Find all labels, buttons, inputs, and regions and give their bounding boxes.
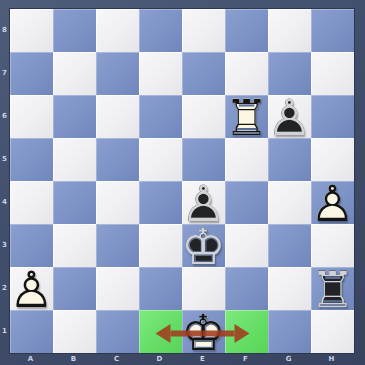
file-label-f: F: [224, 353, 267, 365]
rank-label-6: 6: [0, 94, 9, 137]
square-b6[interactable]: [53, 95, 96, 138]
black-pawn-outline-icon: ♙: [268, 97, 311, 140]
square-d5[interactable]: [139, 138, 182, 181]
square-b4[interactable]: [53, 181, 96, 224]
square-b1[interactable]: [53, 310, 96, 353]
square-a4[interactable]: [10, 181, 53, 224]
square-d1[interactable]: [139, 310, 182, 353]
rank-label-3: 3: [0, 223, 9, 266]
square-a7[interactable]: [10, 52, 53, 95]
white-pawn-outline-icon: ♙: [311, 183, 354, 226]
file-label-a: A: [9, 353, 52, 365]
square-b5[interactable]: [53, 138, 96, 181]
square-b7[interactable]: [53, 52, 96, 95]
file-label-g: G: [267, 353, 310, 365]
white-king-outline-icon: ♔: [182, 312, 225, 355]
square-c7[interactable]: [96, 52, 139, 95]
square-e6[interactable]: [182, 95, 225, 138]
square-f2[interactable]: [225, 267, 268, 310]
square-f8[interactable]: [225, 9, 268, 52]
square-d6[interactable]: [139, 95, 182, 138]
rank-label-1: 1: [0, 309, 9, 352]
square-f6[interactable]: ♜♖: [225, 95, 268, 138]
square-a5[interactable]: [10, 138, 53, 181]
square-a8[interactable]: [10, 9, 53, 52]
square-b2[interactable]: [53, 267, 96, 310]
piece-white-king[interactable]: ♚♔: [182, 310, 225, 353]
piece-black-rook[interactable]: ♜♖: [311, 267, 354, 310]
piece-black-king[interactable]: ♚♔: [182, 224, 225, 267]
square-c5[interactable]: [96, 138, 139, 181]
square-h4[interactable]: ♟♙: [311, 181, 354, 224]
square-c8[interactable]: [96, 9, 139, 52]
square-c1[interactable]: [96, 310, 139, 353]
black-rook-outline-icon: ♖: [311, 269, 354, 312]
square-c2[interactable]: [96, 267, 139, 310]
rank-label-4: 4: [0, 180, 9, 223]
square-e3[interactable]: ♚♔: [182, 224, 225, 267]
square-c6[interactable]: [96, 95, 139, 138]
square-c3[interactable]: [96, 224, 139, 267]
piece-white-pawn[interactable]: ♟♙: [10, 267, 53, 310]
square-c4[interactable]: [96, 181, 139, 224]
rank-label-8: 8: [0, 8, 9, 51]
rank-label-7: 7: [0, 51, 9, 94]
square-d7[interactable]: [139, 52, 182, 95]
square-f3[interactable]: [225, 224, 268, 267]
square-g3[interactable]: [268, 224, 311, 267]
square-g8[interactable]: [268, 9, 311, 52]
square-g2[interactable]: [268, 267, 311, 310]
square-h6[interactable]: [311, 95, 354, 138]
square-e8[interactable]: [182, 9, 225, 52]
square-g6[interactable]: ♟♙: [268, 95, 311, 138]
rank-label-2: 2: [0, 266, 9, 309]
square-f4[interactable]: [225, 181, 268, 224]
square-e1[interactable]: ♚♔: [182, 310, 225, 353]
piece-white-rook[interactable]: ♜♖: [225, 95, 268, 138]
chess-board-widget: 87654321 ♜♖♟♙♟♙♟♙♚♔♟♙♜♖♚♔ ABCDEFGH: [0, 0, 365, 365]
square-h8[interactable]: [311, 9, 354, 52]
square-d8[interactable]: [139, 9, 182, 52]
square-h2[interactable]: ♜♖: [311, 267, 354, 310]
square-a6[interactable]: [10, 95, 53, 138]
square-b8[interactable]: [53, 9, 96, 52]
white-rook-outline-icon: ♖: [225, 97, 268, 140]
square-g1[interactable]: [268, 310, 311, 353]
piece-white-pawn[interactable]: ♟♙: [311, 181, 354, 224]
square-f1[interactable]: [225, 310, 268, 353]
piece-black-pawn[interactable]: ♟♙: [268, 95, 311, 138]
square-d4[interactable]: [139, 181, 182, 224]
square-h7[interactable]: [311, 52, 354, 95]
black-king-outline-icon: ♔: [182, 226, 225, 269]
rank-label-5: 5: [0, 137, 9, 180]
square-a2[interactable]: ♟♙: [10, 267, 53, 310]
square-d2[interactable]: [139, 267, 182, 310]
square-g4[interactable]: [268, 181, 311, 224]
square-d3[interactable]: [139, 224, 182, 267]
white-pawn-outline-icon: ♙: [10, 269, 53, 312]
square-e7[interactable]: [182, 52, 225, 95]
chess-board[interactable]: ♜♖♟♙♟♙♟♙♚♔♟♙♜♖♚♔: [9, 8, 355, 354]
file-label-b: B: [52, 353, 95, 365]
file-label-c: C: [95, 353, 138, 365]
square-b3[interactable]: [53, 224, 96, 267]
file-label-h: H: [310, 353, 353, 365]
file-label-d: D: [138, 353, 181, 365]
